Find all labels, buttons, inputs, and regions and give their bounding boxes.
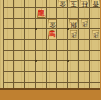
board-square[interactable] xyxy=(90,72,100,83)
board-square[interactable] xyxy=(68,72,79,83)
board-square[interactable] xyxy=(57,40,68,51)
board-square[interactable] xyxy=(90,19,100,30)
piece-sente-horse-5d[interactable]: 馬 xyxy=(48,30,57,40)
board-square[interactable] xyxy=(90,51,100,62)
board-square[interactable] xyxy=(47,8,58,19)
board-square[interactable] xyxy=(25,61,36,72)
board-square[interactable] xyxy=(90,83,100,90)
board-square[interactable] xyxy=(25,29,36,40)
board-square[interactable] xyxy=(36,40,47,51)
board-square[interactable] xyxy=(79,8,90,19)
board-square[interactable] xyxy=(4,19,15,30)
board-square[interactable] xyxy=(25,83,36,90)
board-square[interactable] xyxy=(14,83,25,90)
board-square[interactable] xyxy=(36,29,47,40)
sente-piece-stand: 歩 xyxy=(0,90,100,100)
board-square[interactable] xyxy=(68,40,79,51)
board-square[interactable] xyxy=(4,83,15,90)
piece-sente-dragon-6b[interactable]: 龍 xyxy=(37,8,46,18)
board-square[interactable] xyxy=(14,8,25,19)
board-square[interactable] xyxy=(25,8,36,19)
board-square[interactable] xyxy=(68,83,79,90)
board-square[interactable] xyxy=(57,72,68,83)
board-square[interactable] xyxy=(79,83,90,90)
board-square[interactable] xyxy=(68,8,79,19)
board-square[interactable] xyxy=(36,51,47,62)
board-square[interactable] xyxy=(14,51,25,62)
star-point xyxy=(35,60,37,62)
board-square[interactable] xyxy=(47,83,58,90)
board-square[interactable] xyxy=(14,61,25,72)
board-square[interactable] xyxy=(79,51,90,62)
board-square[interactable] xyxy=(4,0,15,8)
shogi-app: 金玉桂香龍金銀歩馬歩歩 歩 xyxy=(0,0,100,100)
board-grid: 金玉桂香龍金銀歩馬歩歩 xyxy=(3,0,101,90)
board-square[interactable] xyxy=(79,40,90,51)
shogi-board[interactable]: 金玉桂香龍金銀歩馬歩歩 xyxy=(0,0,100,90)
board-square[interactable] xyxy=(4,51,15,62)
board-square[interactable] xyxy=(4,61,15,72)
board-square[interactable] xyxy=(25,0,36,8)
board-square[interactable] xyxy=(25,40,36,51)
board-square[interactable] xyxy=(36,72,47,83)
piece-gote-knight-2a[interactable]: 桂 xyxy=(80,0,89,8)
board-square[interactable] xyxy=(90,40,100,51)
board-square[interactable] xyxy=(14,40,25,51)
star-point xyxy=(67,60,69,62)
board-square[interactable] xyxy=(57,29,68,40)
board-square[interactable] xyxy=(90,8,100,19)
board-square[interactable] xyxy=(4,8,15,19)
board-square[interactable] xyxy=(4,72,15,83)
board-square[interactable] xyxy=(14,29,25,40)
star-point xyxy=(67,28,69,30)
board-square[interactable] xyxy=(68,61,79,72)
board-square[interactable] xyxy=(79,61,90,72)
board-square[interactable] xyxy=(47,72,58,83)
board-square[interactable] xyxy=(36,0,47,8)
board-square[interactable] xyxy=(68,51,79,62)
board-square[interactable] xyxy=(47,0,58,8)
board-square[interactable] xyxy=(90,61,100,72)
board-square[interactable] xyxy=(36,61,47,72)
board-square[interactable] xyxy=(57,61,68,72)
board-square[interactable] xyxy=(47,40,58,51)
board-square[interactable] xyxy=(14,19,25,30)
board-square[interactable] xyxy=(14,0,25,8)
board-square[interactable] xyxy=(4,40,15,51)
board-square[interactable] xyxy=(4,29,15,40)
board-square[interactable] xyxy=(47,51,58,62)
board-square[interactable] xyxy=(14,72,25,83)
board-square[interactable] xyxy=(25,72,36,83)
board-square[interactable] xyxy=(36,83,47,90)
board-square[interactable] xyxy=(36,19,47,30)
board-square[interactable] xyxy=(47,61,58,72)
board-square[interactable] xyxy=(79,29,90,40)
board-square[interactable] xyxy=(57,8,68,19)
board-square[interactable] xyxy=(79,72,90,83)
board-square[interactable] xyxy=(57,83,68,90)
star-point xyxy=(35,28,37,30)
